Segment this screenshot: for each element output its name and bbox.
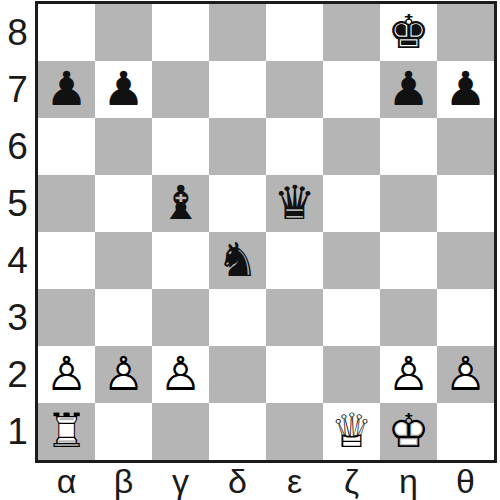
square-d6[interactable]	[209, 118, 266, 175]
square-b7[interactable]: ♟	[95, 61, 152, 118]
square-c4[interactable]	[152, 232, 209, 289]
black-pawn: ♟	[380, 61, 437, 118]
rank-label-6: 6	[0, 118, 35, 175]
square-e7[interactable]	[266, 61, 323, 118]
file-label-e: ε	[266, 463, 323, 500]
square-e8[interactable]	[266, 4, 323, 61]
square-g1[interactable]: ♚♔	[380, 403, 437, 460]
black-queen: ♛	[266, 175, 323, 232]
square-g8[interactable]: ♚	[380, 4, 437, 61]
chess-diagram: 87654321 ♚♟♟♟♟♝♛♞♟♙♟♙♟♙♟♙♟♙♜♖♛♕♚♔ αβγδεζ…	[0, 0, 500, 500]
square-d1[interactable]	[209, 403, 266, 460]
square-h4[interactable]	[437, 232, 494, 289]
square-b5[interactable]	[95, 175, 152, 232]
square-f5[interactable]	[323, 175, 380, 232]
square-f3[interactable]	[323, 289, 380, 346]
rank-label-8: 8	[0, 4, 35, 61]
square-f4[interactable]	[323, 232, 380, 289]
file-label-c: γ	[152, 463, 209, 500]
square-g7[interactable]: ♟	[380, 61, 437, 118]
square-b4[interactable]	[95, 232, 152, 289]
square-e3[interactable]	[266, 289, 323, 346]
square-b1[interactable]	[95, 403, 152, 460]
square-e1[interactable]	[266, 403, 323, 460]
square-e4[interactable]	[266, 232, 323, 289]
square-a1[interactable]: ♜♖	[38, 403, 95, 460]
file-label-g: η	[380, 463, 437, 500]
square-a8[interactable]	[38, 4, 95, 61]
square-d5[interactable]	[209, 175, 266, 232]
square-h7[interactable]: ♟	[437, 61, 494, 118]
square-a6[interactable]	[38, 118, 95, 175]
square-h3[interactable]	[437, 289, 494, 346]
white-pawn: ♙	[95, 346, 152, 403]
white-pawn: ♙	[380, 346, 437, 403]
square-h2[interactable]: ♟♙	[437, 346, 494, 403]
white-pawn: ♙	[38, 346, 95, 403]
square-c1[interactable]	[152, 403, 209, 460]
rank-label-7: 7	[0, 61, 35, 118]
rank-label-3: 3	[0, 289, 35, 346]
square-a4[interactable]	[38, 232, 95, 289]
square-f7[interactable]	[323, 61, 380, 118]
rank-label-4: 4	[0, 232, 35, 289]
rank-label-2: 2	[0, 346, 35, 403]
square-f2[interactable]	[323, 346, 380, 403]
square-h8[interactable]	[437, 4, 494, 61]
square-c6[interactable]	[152, 118, 209, 175]
file-label-d: δ	[209, 463, 266, 500]
white-rook: ♖	[38, 403, 95, 460]
rank-labels: 87654321	[0, 4, 35, 460]
rank-label-1: 1	[0, 403, 35, 460]
square-c8[interactable]	[152, 4, 209, 61]
black-pawn: ♟	[38, 61, 95, 118]
square-h1[interactable]	[437, 403, 494, 460]
square-d3[interactable]	[209, 289, 266, 346]
white-queen: ♕	[323, 403, 380, 460]
black-king: ♚	[380, 4, 437, 61]
square-g2[interactable]: ♟♙	[380, 346, 437, 403]
square-b3[interactable]	[95, 289, 152, 346]
white-pawn: ♙	[152, 346, 209, 403]
square-g3[interactable]	[380, 289, 437, 346]
square-h5[interactable]	[437, 175, 494, 232]
square-c3[interactable]	[152, 289, 209, 346]
square-b2[interactable]: ♟♙	[95, 346, 152, 403]
square-d2[interactable]	[209, 346, 266, 403]
black-bishop: ♝	[152, 175, 209, 232]
square-e6[interactable]	[266, 118, 323, 175]
square-e2[interactable]	[266, 346, 323, 403]
square-f6[interactable]	[323, 118, 380, 175]
square-g5[interactable]	[380, 175, 437, 232]
black-pawn: ♟	[95, 61, 152, 118]
square-d7[interactable]	[209, 61, 266, 118]
square-d8[interactable]	[209, 4, 266, 61]
black-pawn: ♟	[437, 61, 494, 118]
file-label-b: β	[95, 463, 152, 500]
square-g4[interactable]	[380, 232, 437, 289]
square-b6[interactable]	[95, 118, 152, 175]
square-a7[interactable]: ♟	[38, 61, 95, 118]
square-c5[interactable]: ♝	[152, 175, 209, 232]
square-a3[interactable]	[38, 289, 95, 346]
square-d4[interactable]: ♞	[209, 232, 266, 289]
square-a5[interactable]	[38, 175, 95, 232]
white-king: ♔	[380, 403, 437, 460]
square-e5[interactable]: ♛	[266, 175, 323, 232]
square-a2[interactable]: ♟♙	[38, 346, 95, 403]
square-g6[interactable]	[380, 118, 437, 175]
file-label-h: θ	[437, 463, 494, 500]
chess-board[interactable]: ♚♟♟♟♟♝♛♞♟♙♟♙♟♙♟♙♟♙♜♖♛♕♚♔	[35, 1, 497, 463]
black-knight: ♞	[209, 232, 266, 289]
file-label-a: α	[38, 463, 95, 500]
square-c2[interactable]: ♟♙	[152, 346, 209, 403]
square-h6[interactable]	[437, 118, 494, 175]
white-pawn: ♙	[437, 346, 494, 403]
square-b8[interactable]	[95, 4, 152, 61]
square-c7[interactable]	[152, 61, 209, 118]
rank-label-5: 5	[0, 175, 35, 232]
square-f1[interactable]: ♛♕	[323, 403, 380, 460]
file-label-f: ζ	[323, 463, 380, 500]
file-labels: αβγδεζηθ	[38, 463, 494, 500]
square-f8[interactable]	[323, 4, 380, 61]
